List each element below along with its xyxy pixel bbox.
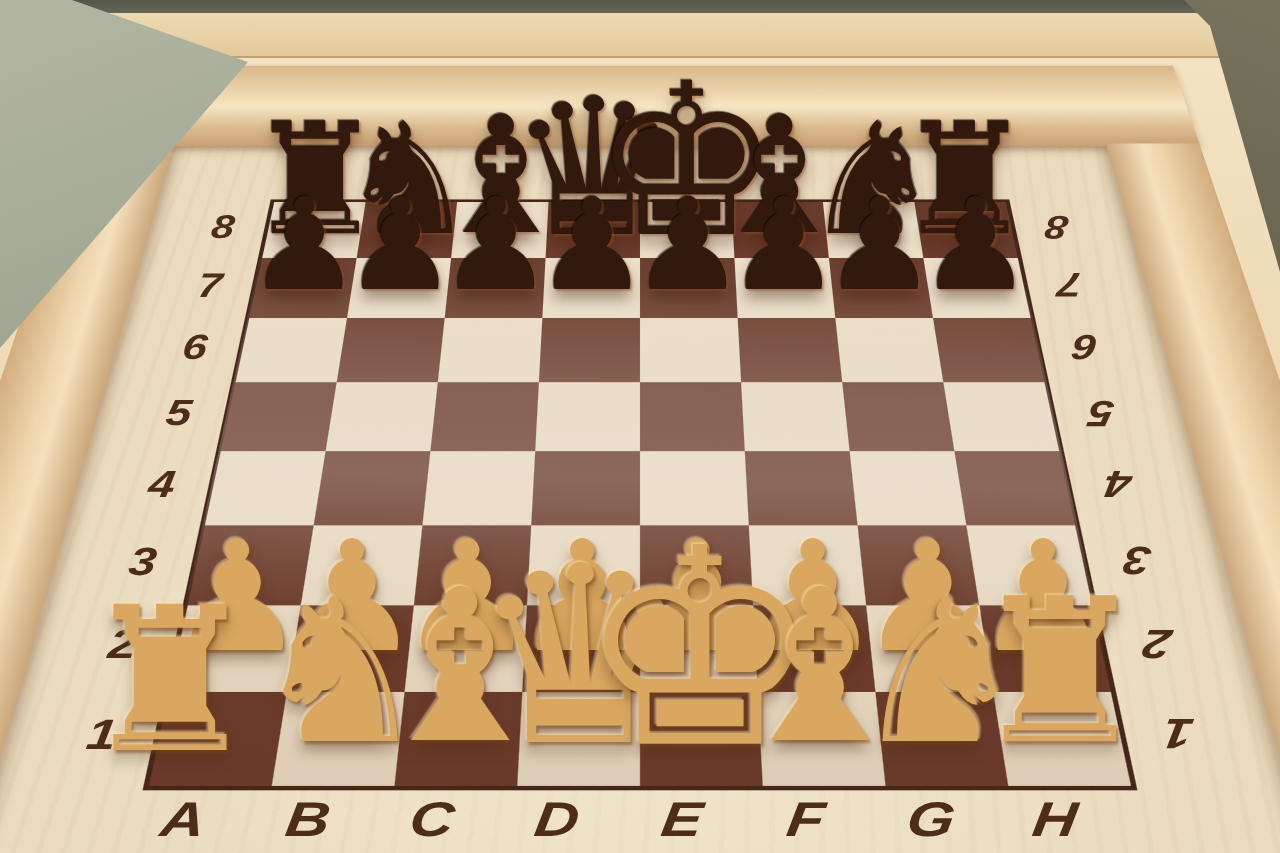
chess-table-scene: 8765432187654321ABCDEFGH ♜♞♝♛♚♝♞♜♟♟♟♟♟♟♟…: [0, 0, 1280, 853]
pieces-layer: ♜♞♝♛♚♝♞♜♟♟♟♟♟♟♟♟♟♟♟♟♟♟♟♟♜♞♝♛♚♝♞♜: [0, 0, 1280, 853]
piece-black-pawn-h7[interactable]: ♟: [918, 181, 1033, 309]
piece-white-rook-h1[interactable]: ♜: [970, 572, 1149, 772]
piece-white-rook-a1[interactable]: ♜: [80, 582, 260, 783]
